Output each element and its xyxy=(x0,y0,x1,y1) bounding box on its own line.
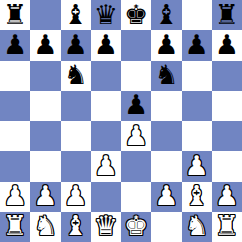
square-h5[interactable] xyxy=(212,91,242,121)
square-a8[interactable]: ♜ xyxy=(0,0,30,30)
piece-white-rook[interactable]: ♜ xyxy=(215,212,239,239)
piece-black-pawn[interactable]: ♟ xyxy=(33,31,57,58)
square-d7[interactable]: ♟ xyxy=(91,30,121,60)
piece-white-pawn[interactable]: ♟ xyxy=(3,182,27,209)
square-g1[interactable]: ♞ xyxy=(182,212,212,242)
square-c4[interactable] xyxy=(61,121,91,151)
square-f3[interactable] xyxy=(151,151,181,181)
square-f4[interactable] xyxy=(151,121,181,151)
square-b7[interactable]: ♟ xyxy=(30,30,60,60)
square-h8[interactable]: ♜ xyxy=(212,0,242,30)
square-e8[interactable]: ♚ xyxy=(121,0,151,30)
piece-black-rook[interactable]: ♜ xyxy=(215,1,239,28)
piece-black-pawn[interactable]: ♟ xyxy=(185,31,209,58)
piece-black-pawn[interactable]: ♟ xyxy=(124,91,148,118)
square-f7[interactable]: ♟ xyxy=(151,30,181,60)
piece-white-pawn[interactable]: ♟ xyxy=(94,152,118,179)
square-a3[interactable] xyxy=(0,151,30,181)
square-h4[interactable] xyxy=(212,121,242,151)
square-a5[interactable] xyxy=(0,91,30,121)
square-h1[interactable]: ♜ xyxy=(212,212,242,242)
square-d5[interactable] xyxy=(91,91,121,121)
piece-black-knight[interactable]: ♞ xyxy=(154,61,178,88)
piece-white-queen[interactable]: ♛ xyxy=(94,212,118,239)
square-e7[interactable] xyxy=(121,30,151,60)
square-d4[interactable] xyxy=(91,121,121,151)
square-c8[interactable]: ♝ xyxy=(61,0,91,30)
piece-black-pawn[interactable]: ♟ xyxy=(215,31,239,58)
chess-board: ♜♝♛♚♝♜♟♟♟♟♟♟♟♞♞♟♟♟♟♟♟♟♟♝♟♜♞♝♛♚♞♜ xyxy=(0,0,242,242)
piece-black-pawn[interactable]: ♟ xyxy=(3,31,27,58)
square-e6[interactable] xyxy=(121,61,151,91)
square-a2[interactable]: ♟ xyxy=(0,182,30,212)
piece-black-pawn[interactable]: ♟ xyxy=(64,31,88,58)
square-b3[interactable] xyxy=(30,151,60,181)
piece-white-pawn[interactable]: ♟ xyxy=(33,182,57,209)
square-g7[interactable]: ♟ xyxy=(182,30,212,60)
square-h7[interactable]: ♟ xyxy=(212,30,242,60)
square-c2[interactable]: ♟ xyxy=(61,182,91,212)
square-e4[interactable]: ♟ xyxy=(121,121,151,151)
piece-black-queen[interactable]: ♛ xyxy=(94,1,118,28)
square-g4[interactable] xyxy=(182,121,212,151)
square-c3[interactable] xyxy=(61,151,91,181)
piece-white-king[interactable]: ♚ xyxy=(124,212,148,239)
piece-white-pawn[interactable]: ♟ xyxy=(64,182,88,209)
square-h3[interactable] xyxy=(212,151,242,181)
square-h2[interactable]: ♟ xyxy=(212,182,242,212)
square-g6[interactable] xyxy=(182,61,212,91)
square-f6[interactable]: ♞ xyxy=(151,61,181,91)
piece-black-pawn[interactable]: ♟ xyxy=(154,31,178,58)
square-c1[interactable]: ♝ xyxy=(61,212,91,242)
piece-black-rook[interactable]: ♜ xyxy=(3,1,27,28)
square-a1[interactable]: ♜ xyxy=(0,212,30,242)
square-g3[interactable]: ♟ xyxy=(182,151,212,181)
square-b2[interactable]: ♟ xyxy=(30,182,60,212)
piece-white-knight[interactable]: ♞ xyxy=(33,212,57,239)
square-b8[interactable] xyxy=(30,0,60,30)
piece-white-bishop[interactable]: ♝ xyxy=(185,182,209,209)
piece-white-rook[interactable]: ♜ xyxy=(3,212,27,239)
square-b4[interactable] xyxy=(30,121,60,151)
piece-white-pawn[interactable]: ♟ xyxy=(215,182,239,209)
square-d1[interactable]: ♛ xyxy=(91,212,121,242)
square-a6[interactable] xyxy=(0,61,30,91)
piece-white-knight[interactable]: ♞ xyxy=(185,212,209,239)
piece-white-pawn[interactable]: ♟ xyxy=(154,182,178,209)
square-a4[interactable] xyxy=(0,121,30,151)
square-g5[interactable] xyxy=(182,91,212,121)
square-d2[interactable] xyxy=(91,182,121,212)
square-e1[interactable]: ♚ xyxy=(121,212,151,242)
piece-black-bishop[interactable]: ♝ xyxy=(154,1,178,28)
square-f2[interactable]: ♟ xyxy=(151,182,181,212)
square-g2[interactable]: ♝ xyxy=(182,182,212,212)
square-c6[interactable]: ♞ xyxy=(61,61,91,91)
square-a7[interactable]: ♟ xyxy=(0,30,30,60)
square-c5[interactable] xyxy=(61,91,91,121)
square-h6[interactable] xyxy=(212,61,242,91)
square-b1[interactable]: ♞ xyxy=(30,212,60,242)
piece-black-king[interactable]: ♚ xyxy=(124,1,148,28)
piece-white-pawn[interactable]: ♟ xyxy=(185,152,209,179)
piece-black-bishop[interactable]: ♝ xyxy=(64,1,88,28)
piece-black-pawn[interactable]: ♟ xyxy=(94,31,118,58)
square-b6[interactable] xyxy=(30,61,60,91)
piece-black-knight[interactable]: ♞ xyxy=(64,61,88,88)
square-e2[interactable] xyxy=(121,182,151,212)
square-f8[interactable]: ♝ xyxy=(151,0,181,30)
square-f1[interactable] xyxy=(151,212,181,242)
square-e5[interactable]: ♟ xyxy=(121,91,151,121)
square-d6[interactable] xyxy=(91,61,121,91)
piece-white-pawn[interactable]: ♟ xyxy=(124,122,148,149)
square-e3[interactable] xyxy=(121,151,151,181)
square-d8[interactable]: ♛ xyxy=(91,0,121,30)
square-g8[interactable] xyxy=(182,0,212,30)
square-f5[interactable] xyxy=(151,91,181,121)
square-c7[interactable]: ♟ xyxy=(61,30,91,60)
square-b5[interactable] xyxy=(30,91,60,121)
square-d3[interactable]: ♟ xyxy=(91,151,121,181)
piece-white-bishop[interactable]: ♝ xyxy=(64,212,88,239)
